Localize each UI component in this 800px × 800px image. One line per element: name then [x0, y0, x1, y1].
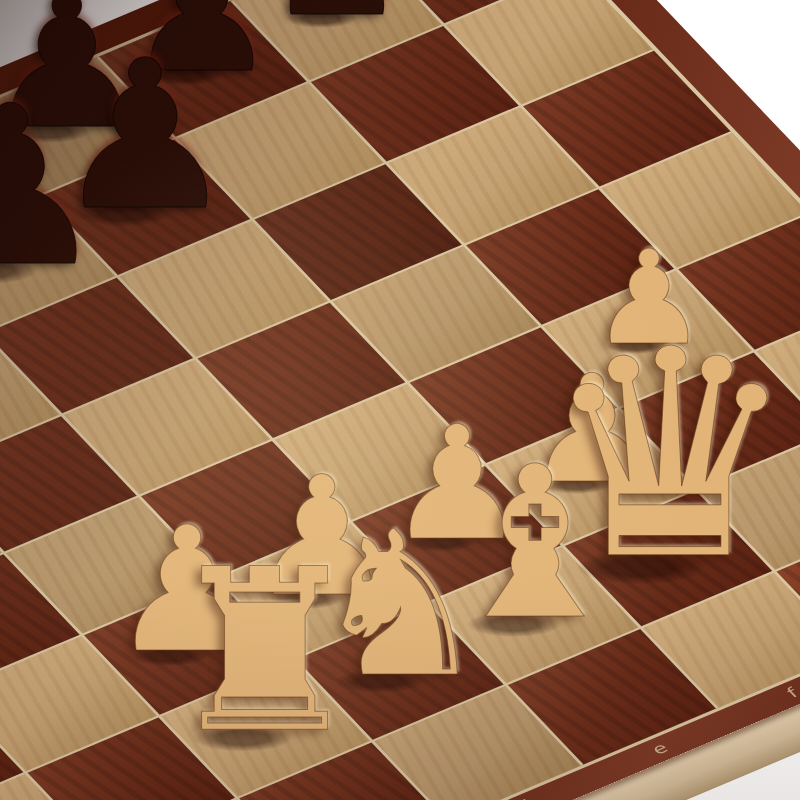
black-pawn-d7: ♟ [0, 77, 109, 297]
black-pawn-g8: ♟ [267, 0, 407, 38]
chess-board-photo: abcdefgh87654321 ♟♟♟♟♟♟♟♟♛♟♝♟♞♜ [0, 0, 800, 800]
file-label-e: e [648, 740, 671, 756]
white-rook-c2: ♜ [165, 540, 366, 764]
file-label-f: f [783, 685, 800, 699]
